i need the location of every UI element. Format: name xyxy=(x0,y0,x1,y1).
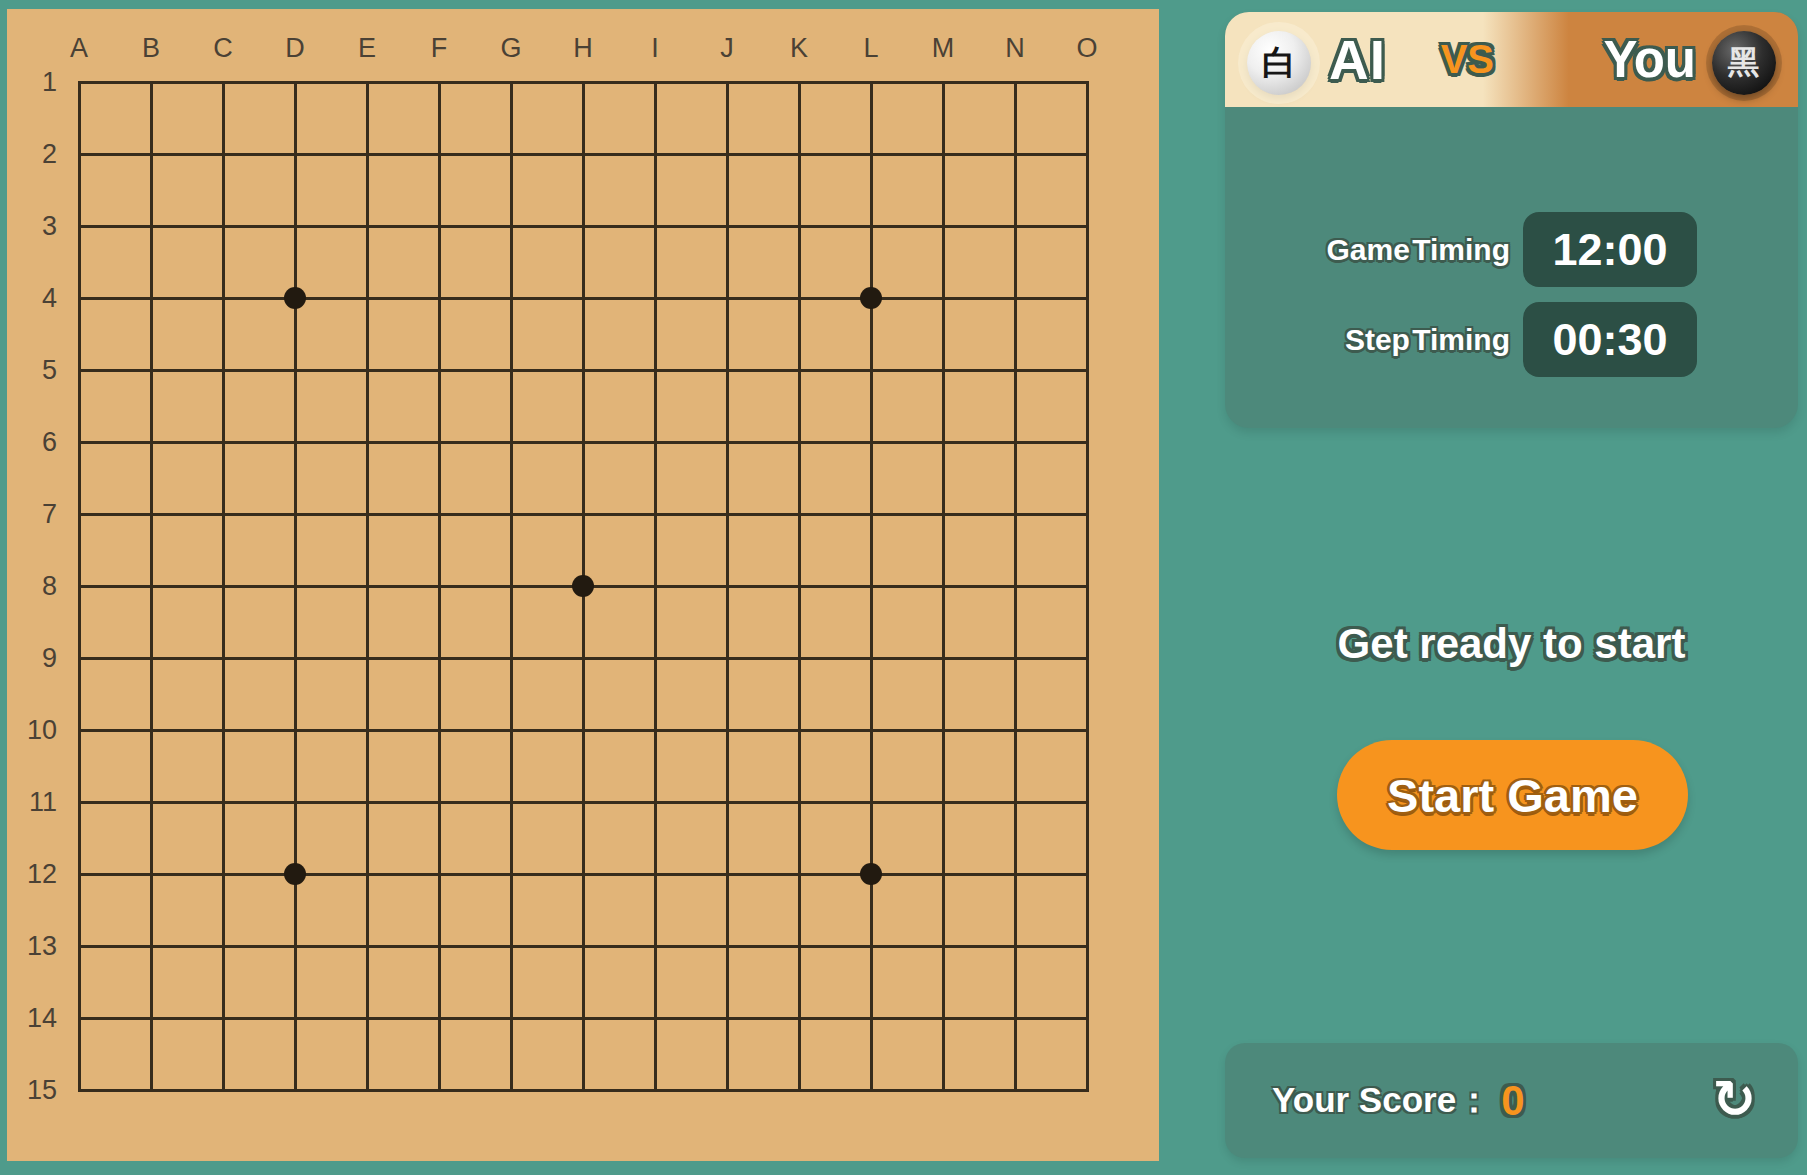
grid-line-horizontal xyxy=(78,657,1089,660)
game-timing-display: 12:00 xyxy=(1523,212,1697,287)
white-stone-icon: 白 xyxy=(1247,31,1311,95)
step-timing-label: Step Timing xyxy=(1345,323,1510,357)
col-label-O: O xyxy=(1067,33,1107,64)
col-label-C: C xyxy=(203,33,243,64)
ai-player-label: AI xyxy=(1329,28,1386,92)
game-timing-value: 12:00 xyxy=(1552,224,1667,276)
grid-line-horizontal xyxy=(78,81,1089,84)
row-label-11: 11 xyxy=(11,786,57,818)
col-label-A: A xyxy=(59,33,99,64)
grid-line-horizontal xyxy=(78,153,1089,156)
grid-line-horizontal xyxy=(78,369,1089,372)
grid-line-horizontal xyxy=(78,513,1089,516)
game-timing-label: Game Timing xyxy=(1327,233,1511,267)
step-timing-display: 00:30 xyxy=(1523,302,1697,377)
row-label-7: 7 xyxy=(11,498,57,530)
step-timing-row: Step Timing 00:30 xyxy=(1225,302,1798,377)
grid-line-horizontal xyxy=(78,873,1089,876)
grid-line-horizontal xyxy=(78,1089,1089,1092)
grid-line-horizontal xyxy=(78,801,1089,804)
grid-line-horizontal xyxy=(78,297,1089,300)
star-point-H8 xyxy=(572,575,594,597)
col-label-I: I xyxy=(635,33,675,64)
col-label-N: N xyxy=(995,33,1035,64)
grid-line-horizontal xyxy=(78,225,1089,228)
row-label-15: 15 xyxy=(11,1074,57,1106)
row-label-12: 12 xyxy=(11,858,57,890)
col-label-F: F xyxy=(419,33,459,64)
grid-line-horizontal xyxy=(78,441,1089,444)
vs-label: VS xyxy=(1441,37,1494,82)
row-label-14: 14 xyxy=(11,1002,57,1034)
row-label-5: 5 xyxy=(11,354,57,386)
star-point-D12 xyxy=(284,863,306,885)
row-label-1: 1 xyxy=(11,66,57,98)
players-timing-panel: 白 AI VS You 黑 Game Timing 12:00 Step Tim… xyxy=(1225,12,1798,428)
star-point-L12 xyxy=(860,863,882,885)
grid-line-horizontal xyxy=(78,1017,1089,1020)
restart-icon[interactable]: ↻ xyxy=(1712,1073,1756,1125)
white-stone-label: 白 xyxy=(1262,40,1296,86)
score-label: Your Score： xyxy=(1272,1077,1491,1124)
col-label-D: D xyxy=(275,33,315,64)
row-label-2: 2 xyxy=(11,138,57,170)
score-value: 0 xyxy=(1501,1077,1524,1125)
row-label-13: 13 xyxy=(11,930,57,962)
col-label-J: J xyxy=(707,33,747,64)
col-label-E: E xyxy=(347,33,387,64)
gomoku-board[interactable]: ABCDEFGHIJKLMNO123456789101112131415 xyxy=(7,9,1159,1161)
col-label-H: H xyxy=(563,33,603,64)
row-label-8: 8 xyxy=(11,570,57,602)
star-point-L4 xyxy=(860,287,882,309)
game-timing-row: Game Timing 12:00 xyxy=(1225,212,1798,287)
row-label-6: 6 xyxy=(11,426,57,458)
gomoku-app: ABCDEFGHIJKLMNO123456789101112131415 白 A… xyxy=(0,0,1807,1175)
players-header: 白 AI VS You 黑 xyxy=(1225,12,1798,107)
col-label-K: K xyxy=(779,33,819,64)
start-game-button[interactable]: Start Game xyxy=(1337,740,1688,850)
star-point-D4 xyxy=(284,287,306,309)
you-player-label: You xyxy=(1603,30,1696,89)
col-label-G: G xyxy=(491,33,531,64)
col-label-M: M xyxy=(923,33,963,64)
grid-line-horizontal xyxy=(78,729,1089,732)
col-label-B: B xyxy=(131,33,171,64)
row-label-9: 9 xyxy=(11,642,57,674)
col-label-L: L xyxy=(851,33,891,64)
row-label-3: 3 xyxy=(11,210,57,242)
black-stone-label: 黑 xyxy=(1728,41,1760,85)
row-label-4: 4 xyxy=(11,282,57,314)
row-label-10: 10 xyxy=(11,714,57,746)
step-timing-value: 00:30 xyxy=(1552,314,1667,366)
score-bar: Your Score： 0 ↻ xyxy=(1225,1043,1798,1158)
status-message: Get ready to start xyxy=(1225,620,1798,668)
black-stone-icon: 黑 xyxy=(1712,31,1776,95)
grid-line-horizontal xyxy=(78,945,1089,948)
